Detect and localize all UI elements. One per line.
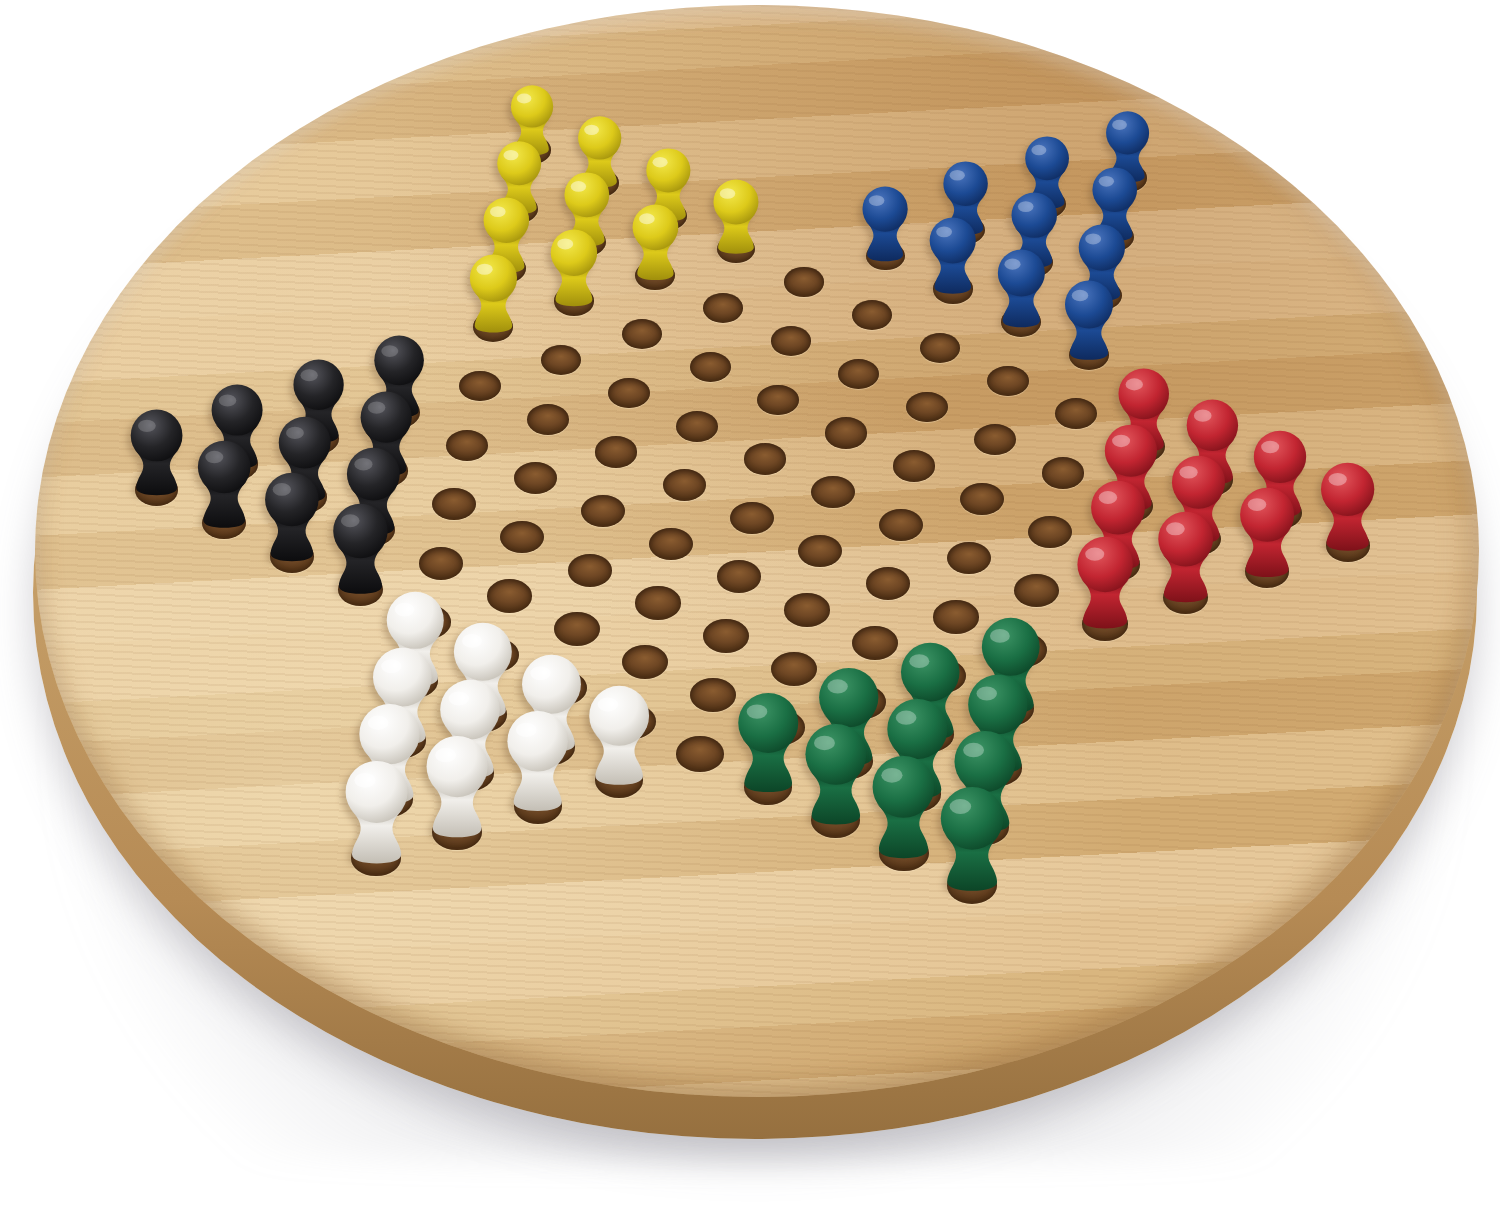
- peg-white[interactable]: [415, 734, 499, 837]
- peg-blue[interactable]: [1056, 279, 1122, 360]
- peg-blue[interactable]: [854, 185, 916, 261]
- peg-blue[interactable]: [921, 216, 985, 294]
- peg-black[interactable]: [323, 502, 398, 594]
- peg-red[interactable]: [1148, 510, 1223, 602]
- peg-yellow[interactable]: [705, 178, 767, 254]
- scene: [0, 0, 1500, 1207]
- peg-blue[interactable]: [989, 248, 1054, 327]
- peg-white[interactable]: [496, 709, 579, 811]
- peg-white[interactable]: [334, 759, 419, 864]
- peg-yellow[interactable]: [542, 228, 606, 306]
- peg-red[interactable]: [1230, 486, 1304, 577]
- peg-black[interactable]: [188, 439, 260, 528]
- peg-red[interactable]: [1311, 461, 1384, 551]
- peg-yellow[interactable]: [461, 253, 526, 333]
- peg-black[interactable]: [121, 408, 192, 495]
- peg-yellow[interactable]: [624, 203, 687, 280]
- peg-red[interactable]: [1067, 535, 1143, 629]
- peg-black[interactable]: [255, 471, 329, 561]
- peg-green[interactable]: [929, 785, 1015, 891]
- pegs-layer: [0, 0, 1500, 1207]
- peg-white[interactable]: [578, 684, 660, 785]
